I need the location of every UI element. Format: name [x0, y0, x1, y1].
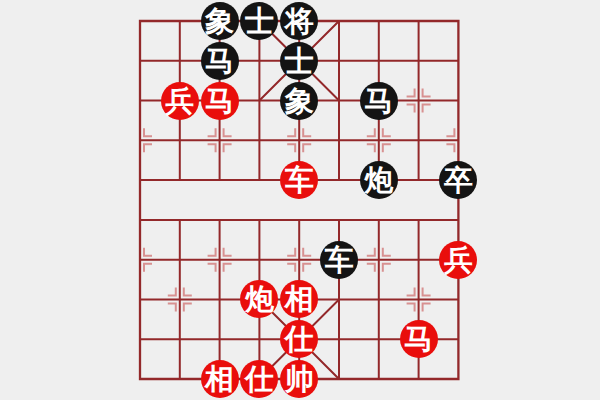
piece-black-general[interactable]: 将: [280, 2, 318, 40]
piece-black-advisor[interactable]: 士: [280, 42, 318, 80]
xiangqi-board[interactable]: 象士将马士兵马象马车炮卒车兵炮相仕马相仕帅: [0, 0, 600, 400]
piece-black-soldier[interactable]: 卒: [439, 161, 477, 199]
piece-red-general[interactable]: 帅: [280, 360, 318, 398]
piece-black-horse[interactable]: 马: [360, 82, 398, 120]
piece-red-soldier[interactable]: 兵: [161, 82, 199, 120]
piece-black-chariot[interactable]: 车: [320, 241, 358, 279]
piece-black-cannon[interactable]: 炮: [360, 161, 398, 199]
piece-red-chariot[interactable]: 车: [280, 161, 318, 199]
piece-red-cannon[interactable]: 炮: [240, 280, 278, 318]
piece-black-elephant[interactable]: 象: [201, 2, 239, 40]
piece-red-horse[interactable]: 马: [201, 82, 239, 120]
piece-red-horse[interactable]: 马: [400, 320, 438, 358]
piece-red-soldier[interactable]: 兵: [439, 241, 477, 279]
piece-red-advisor[interactable]: 仕: [240, 360, 278, 398]
piece-black-horse[interactable]: 马: [201, 42, 239, 80]
pieces-layer: 象士将马士兵马象马车炮卒车兵炮相仕马相仕帅: [0, 0, 600, 400]
piece-black-advisor[interactable]: 士: [240, 2, 278, 40]
piece-red-elephant[interactable]: 相: [201, 360, 239, 398]
xiangqi-app: 象士将马士兵马象马车炮卒车兵炮相仕马相仕帅: [0, 0, 600, 400]
piece-black-elephant[interactable]: 象: [280, 82, 318, 120]
piece-red-elephant[interactable]: 相: [280, 280, 318, 318]
piece-red-advisor[interactable]: 仕: [280, 320, 318, 358]
